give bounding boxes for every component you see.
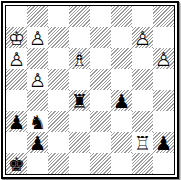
square-a2[interactable] [6, 132, 27, 153]
square-b2[interactable]: ♟ [27, 132, 48, 153]
square-f5[interactable] [111, 69, 132, 90]
square-b3[interactable]: ♞ [27, 111, 48, 132]
white-king: ♚♔ [6, 27, 27, 48]
piece-glyph: ♔ [8, 27, 25, 48]
square-h1[interactable] [153, 153, 174, 174]
piece-glyph: ♟ [155, 132, 172, 153]
square-g7[interactable]: ♟♙ [132, 27, 153, 48]
square-d2[interactable] [69, 132, 90, 153]
square-g1[interactable] [132, 153, 153, 174]
piece-glyph: ♙ [155, 48, 172, 69]
square-e1[interactable] [90, 153, 111, 174]
square-c8[interactable] [48, 6, 69, 27]
square-b5[interactable]: ♟♙ [27, 69, 48, 90]
square-d1[interactable] [69, 153, 90, 174]
piece-glyph: ♞ [29, 111, 46, 132]
square-c1[interactable] [48, 153, 69, 174]
square-b8[interactable] [27, 6, 48, 27]
piece-glyph: ♟ [8, 111, 25, 132]
square-f8[interactable] [111, 6, 132, 27]
chess-board: ♚♔♟♙♟♙♟♙♝♗♟♙♟♙♜♟♟♞♟♜♖♟♚ [5, 5, 175, 175]
square-e8[interactable] [90, 6, 111, 27]
white-bishop: ♝♗ [69, 48, 90, 69]
square-g4[interactable] [132, 90, 153, 111]
square-g8[interactable] [132, 6, 153, 27]
piece-glyph: ♜ [71, 90, 88, 111]
piece-glyph: ♚ [8, 153, 25, 174]
square-d8[interactable] [69, 6, 90, 27]
square-f1[interactable] [111, 153, 132, 174]
square-c7[interactable] [48, 27, 69, 48]
square-a6[interactable]: ♟♙ [6, 48, 27, 69]
piece-glyph: ♟ [29, 132, 46, 153]
black-pawn: ♟ [27, 132, 48, 153]
board-frame: ♚♔♟♙♟♙♟♙♝♗♟♙♟♙♜♟♟♞♟♜♖♟♚ [1, 1, 179, 179]
square-d4[interactable]: ♜ [69, 90, 90, 111]
piece-glyph: ♗ [71, 48, 88, 69]
square-g5[interactable] [132, 69, 153, 90]
white-pawn: ♟♙ [27, 27, 48, 48]
square-d6[interactable]: ♝♗ [69, 48, 90, 69]
square-f4[interactable]: ♟ [111, 90, 132, 111]
black-knight: ♞ [27, 111, 48, 132]
white-pawn: ♟♙ [27, 69, 48, 90]
black-pawn: ♟ [111, 90, 132, 111]
square-h7[interactable] [153, 27, 174, 48]
square-d3[interactable] [69, 111, 90, 132]
square-b1[interactable] [27, 153, 48, 174]
square-c4[interactable] [48, 90, 69, 111]
square-a1[interactable]: ♚ [6, 153, 27, 174]
square-h3[interactable] [153, 111, 174, 132]
black-pawn: ♟ [6, 111, 27, 132]
square-f3[interactable] [111, 111, 132, 132]
square-b7[interactable]: ♟♙ [27, 27, 48, 48]
square-g2[interactable]: ♜♖ [132, 132, 153, 153]
square-h8[interactable] [153, 6, 174, 27]
square-d7[interactable] [69, 27, 90, 48]
square-h6[interactable]: ♟♙ [153, 48, 174, 69]
square-b4[interactable] [27, 90, 48, 111]
black-pawn: ♟ [153, 132, 174, 153]
square-h4[interactable] [153, 90, 174, 111]
chess-diagram: ♚♔♟♙♟♙♟♙♝♗♟♙♟♙♜♟♟♞♟♜♖♟♚ [1, 1, 179, 179]
square-c6[interactable] [48, 48, 69, 69]
piece-glyph: ♙ [29, 69, 46, 90]
piece-glyph: ♙ [134, 27, 151, 48]
square-e7[interactable] [90, 27, 111, 48]
white-pawn: ♟♙ [132, 27, 153, 48]
square-f7[interactable] [111, 27, 132, 48]
square-a4[interactable] [6, 90, 27, 111]
square-h5[interactable] [153, 69, 174, 90]
square-g6[interactable] [132, 48, 153, 69]
black-king: ♚ [6, 153, 27, 174]
white-rook: ♜♖ [132, 132, 153, 153]
piece-glyph: ♙ [8, 48, 25, 69]
square-g3[interactable] [132, 111, 153, 132]
piece-glyph: ♟ [113, 90, 130, 111]
square-a5[interactable] [6, 69, 27, 90]
square-f2[interactable] [111, 132, 132, 153]
square-e3[interactable] [90, 111, 111, 132]
piece-glyph: ♖ [134, 132, 151, 153]
square-f6[interactable] [111, 48, 132, 69]
square-a3[interactable]: ♟ [6, 111, 27, 132]
square-h2[interactable]: ♟ [153, 132, 174, 153]
square-e5[interactable] [90, 69, 111, 90]
black-rook: ♜ [69, 90, 90, 111]
piece-glyph: ♙ [29, 27, 46, 48]
square-b6[interactable] [27, 48, 48, 69]
white-pawn: ♟♙ [153, 48, 174, 69]
square-e6[interactable] [90, 48, 111, 69]
square-e4[interactable] [90, 90, 111, 111]
square-e2[interactable] [90, 132, 111, 153]
square-c5[interactable] [48, 69, 69, 90]
white-pawn: ♟♙ [6, 48, 27, 69]
square-c2[interactable] [48, 132, 69, 153]
square-a7[interactable]: ♚♔ [6, 27, 27, 48]
square-a8[interactable] [6, 6, 27, 27]
square-d5[interactable] [69, 69, 90, 90]
square-c3[interactable] [48, 111, 69, 132]
